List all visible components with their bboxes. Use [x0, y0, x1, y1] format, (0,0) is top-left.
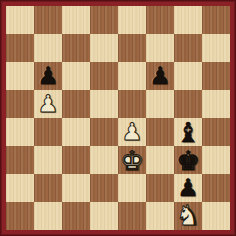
- square-g6[interactable]: [174, 62, 202, 90]
- square-c1[interactable]: [62, 202, 90, 230]
- black-king: ♚: [176, 147, 200, 174]
- square-a7[interactable]: [6, 34, 34, 62]
- square-d3[interactable]: [90, 146, 118, 174]
- square-h6[interactable]: [202, 62, 230, 90]
- square-e1[interactable]: [118, 202, 146, 230]
- square-e4[interactable]: ♟: [118, 118, 146, 146]
- square-h3[interactable]: [202, 146, 230, 174]
- white-pawn: ♟: [37, 92, 59, 116]
- square-d7[interactable]: [90, 34, 118, 62]
- square-a3[interactable]: [6, 146, 34, 174]
- square-f6[interactable]: ♟: [146, 62, 174, 90]
- square-e7[interactable]: [118, 34, 146, 62]
- square-c2[interactable]: [62, 174, 90, 202]
- square-g5[interactable]: [174, 90, 202, 118]
- square-c5[interactable]: [62, 90, 90, 118]
- square-h5[interactable]: [202, 90, 230, 118]
- square-b1[interactable]: [34, 202, 62, 230]
- square-e2[interactable]: [118, 174, 146, 202]
- square-c8[interactable]: [62, 6, 90, 34]
- chess-board: ♟♟♟♟♝♚♚♟♞: [6, 6, 230, 230]
- square-c7[interactable]: [62, 34, 90, 62]
- square-c3[interactable]: [62, 146, 90, 174]
- square-a6[interactable]: [6, 62, 34, 90]
- square-b4[interactable]: [34, 118, 62, 146]
- square-g8[interactable]: [174, 6, 202, 34]
- square-b5[interactable]: ♟: [34, 90, 62, 118]
- black-pawn: ♟: [177, 176, 199, 200]
- white-pawn: ♟: [121, 120, 143, 144]
- square-a8[interactable]: [6, 6, 34, 34]
- black-bishop: ♝: [176, 119, 200, 146]
- square-c4[interactable]: [62, 118, 90, 146]
- square-b2[interactable]: [34, 174, 62, 202]
- square-g3[interactable]: ♚: [174, 146, 202, 174]
- square-f7[interactable]: [146, 34, 174, 62]
- square-h2[interactable]: [202, 174, 230, 202]
- square-h8[interactable]: [202, 6, 230, 34]
- square-a5[interactable]: [6, 90, 34, 118]
- square-g7[interactable]: [174, 34, 202, 62]
- square-f4[interactable]: [146, 118, 174, 146]
- white-king: ♚: [120, 147, 144, 174]
- square-g2[interactable]: ♟: [174, 174, 202, 202]
- square-f3[interactable]: [146, 146, 174, 174]
- black-pawn: ♟: [37, 64, 59, 88]
- square-c6[interactable]: [62, 62, 90, 90]
- square-e5[interactable]: [118, 90, 146, 118]
- white-knight: ♞: [175, 202, 200, 230]
- square-f8[interactable]: [146, 6, 174, 34]
- square-b8[interactable]: [34, 6, 62, 34]
- square-e8[interactable]: [118, 6, 146, 34]
- square-a4[interactable]: [6, 118, 34, 146]
- square-f5[interactable]: [146, 90, 174, 118]
- square-a1[interactable]: [6, 202, 34, 230]
- square-b7[interactable]: [34, 34, 62, 62]
- square-b3[interactable]: [34, 146, 62, 174]
- chess-board-frame: ♟♟♟♟♝♚♚♟♞: [0, 0, 236, 236]
- black-pawn: ♟: [149, 64, 171, 88]
- square-f2[interactable]: [146, 174, 174, 202]
- square-e6[interactable]: [118, 62, 146, 90]
- square-d2[interactable]: [90, 174, 118, 202]
- square-d6[interactable]: [90, 62, 118, 90]
- square-d8[interactable]: [90, 6, 118, 34]
- square-g1[interactable]: ♞: [174, 202, 202, 230]
- square-h1[interactable]: [202, 202, 230, 230]
- square-h4[interactable]: [202, 118, 230, 146]
- square-d1[interactable]: [90, 202, 118, 230]
- square-h7[interactable]: [202, 34, 230, 62]
- square-d4[interactable]: [90, 118, 118, 146]
- square-a2[interactable]: [6, 174, 34, 202]
- square-d5[interactable]: [90, 90, 118, 118]
- square-b6[interactable]: ♟: [34, 62, 62, 90]
- square-g4[interactable]: ♝: [174, 118, 202, 146]
- square-e3[interactable]: ♚: [118, 146, 146, 174]
- square-f1[interactable]: [146, 202, 174, 230]
